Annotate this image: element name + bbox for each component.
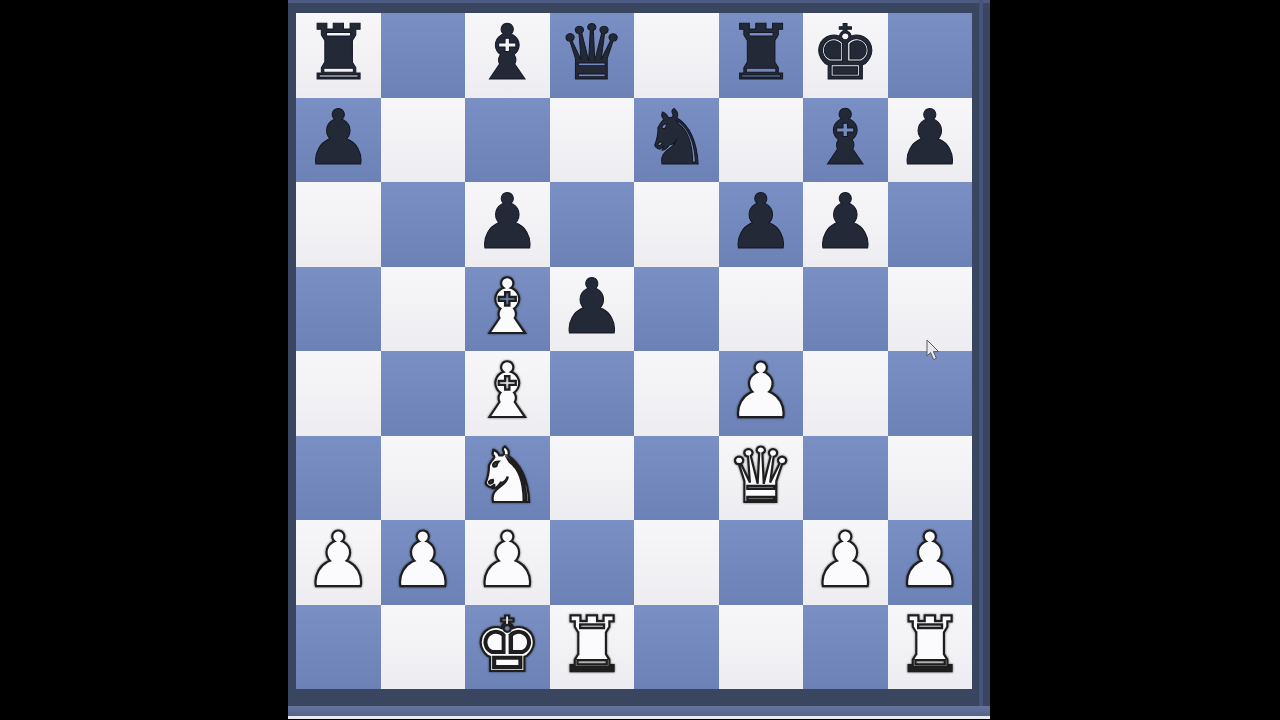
piece-white-knight[interactable]: ♞ [473,434,541,519]
piece-white-pawn[interactable]: ♟ [727,349,795,434]
square-c7[interactable] [465,98,550,183]
square-b4[interactable] [381,351,466,436]
piece-white-pawn[interactable]: ♟ [896,518,964,603]
square-c6[interactable]: ♟ [465,182,550,267]
square-b1[interactable] [381,605,466,690]
square-d4[interactable] [550,351,635,436]
square-c4[interactable]: ♝ [465,351,550,436]
piece-black-pawn[interactable]: ♟ [473,180,541,265]
square-e6[interactable] [634,182,719,267]
square-b3[interactable] [381,436,466,521]
piece-white-rook[interactable]: ♜ [896,603,964,688]
square-f1[interactable] [719,605,804,690]
square-a1[interactable] [296,605,381,690]
piece-black-pawn[interactable]: ♟ [811,180,879,265]
square-f7[interactable] [719,98,804,183]
window-bottom-strip [288,706,990,716]
screen: { "game": "chess", "description": "Deskt… [0,0,1280,720]
square-b5[interactable] [381,267,466,352]
square-f3[interactable]: ♛ [719,436,804,521]
square-d7[interactable] [550,98,635,183]
piece-white-pawn[interactable]: ♟ [811,518,879,603]
square-f4[interactable]: ♟ [719,351,804,436]
square-e3[interactable] [634,436,719,521]
piece-white-king[interactable]: ♚ [473,603,541,688]
piece-black-rook[interactable]: ♜ [727,11,795,96]
window-bottom-edge [288,716,990,719]
square-h3[interactable] [888,436,973,521]
square-a5[interactable] [296,267,381,352]
piece-black-knight[interactable]: ♞ [642,96,710,181]
square-h1[interactable]: ♜ [888,605,973,690]
square-g7[interactable]: ♝ [803,98,888,183]
window-frame-right-highlight [979,0,983,706]
square-e7[interactable]: ♞ [634,98,719,183]
piece-white-rook[interactable]: ♜ [558,603,626,688]
square-g1[interactable] [803,605,888,690]
piece-black-pawn[interactable]: ♟ [304,96,372,181]
square-b6[interactable] [381,182,466,267]
square-d2[interactable] [550,520,635,605]
square-a2[interactable]: ♟ [296,520,381,605]
square-d6[interactable] [550,182,635,267]
chess-board[interactable]: ♜♝♛♜♚♟♞♝♟♟♟♟♝♟♝♟♞♛♟♟♟♟♟♚♜♜ [296,13,972,689]
piece-white-bishop[interactable]: ♝ [473,265,541,350]
square-c1[interactable]: ♚ [465,605,550,690]
square-h6[interactable] [888,182,973,267]
square-f6[interactable]: ♟ [719,182,804,267]
window-frame-top-highlight [288,0,990,3]
square-g6[interactable]: ♟ [803,182,888,267]
square-a4[interactable] [296,351,381,436]
square-e1[interactable] [634,605,719,690]
square-h7[interactable]: ♟ [888,98,973,183]
square-e4[interactable] [634,351,719,436]
piece-black-king[interactable]: ♚ [811,11,879,96]
square-e8[interactable] [634,13,719,98]
piece-black-pawn[interactable]: ♟ [558,265,626,350]
square-d8[interactable]: ♛ [550,13,635,98]
piece-white-queen[interactable]: ♛ [727,434,795,519]
piece-white-pawn[interactable]: ♟ [389,518,457,603]
square-d3[interactable] [550,436,635,521]
square-a7[interactable]: ♟ [296,98,381,183]
square-c5[interactable]: ♝ [465,267,550,352]
square-g2[interactable]: ♟ [803,520,888,605]
square-d5[interactable]: ♟ [550,267,635,352]
piece-black-queen[interactable]: ♛ [558,11,626,96]
square-g5[interactable] [803,267,888,352]
piece-white-pawn[interactable]: ♟ [304,518,372,603]
square-h4[interactable] [888,351,973,436]
square-e5[interactable] [634,267,719,352]
piece-black-pawn[interactable]: ♟ [896,96,964,181]
piece-black-rook[interactable]: ♜ [304,11,372,96]
chess-app-window: ♜♝♛♜♚♟♞♝♟♟♟♟♝♟♝♟♞♛♟♟♟♟♟♚♜♜ [288,0,990,706]
piece-black-bishop[interactable]: ♝ [811,96,879,181]
square-b2[interactable]: ♟ [381,520,466,605]
square-h5[interactable] [888,267,973,352]
square-c3[interactable]: ♞ [465,436,550,521]
square-g4[interactable] [803,351,888,436]
square-h8[interactable] [888,13,973,98]
square-e2[interactable] [634,520,719,605]
square-a3[interactable] [296,436,381,521]
square-c8[interactable]: ♝ [465,13,550,98]
square-a8[interactable]: ♜ [296,13,381,98]
piece-white-bishop[interactable]: ♝ [473,349,541,434]
piece-black-pawn[interactable]: ♟ [727,180,795,265]
square-b8[interactable] [381,13,466,98]
square-b7[interactable] [381,98,466,183]
square-a6[interactable] [296,182,381,267]
piece-black-bishop[interactable]: ♝ [473,11,541,96]
square-d1[interactable]: ♜ [550,605,635,690]
square-f5[interactable] [719,267,804,352]
square-g8[interactable]: ♚ [803,13,888,98]
square-g3[interactable] [803,436,888,521]
piece-white-pawn[interactable]: ♟ [473,518,541,603]
square-h2[interactable]: ♟ [888,520,973,605]
square-f2[interactable] [719,520,804,605]
square-c2[interactable]: ♟ [465,520,550,605]
square-f8[interactable]: ♜ [719,13,804,98]
